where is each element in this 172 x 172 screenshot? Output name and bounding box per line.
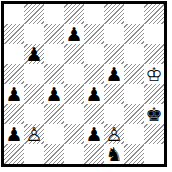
black-pawn-icon: ♟ xyxy=(24,44,44,64)
square-c7[interactable] xyxy=(44,24,64,44)
square-f1[interactable]: ♞ xyxy=(104,144,124,164)
square-e6[interactable] xyxy=(84,44,104,64)
square-f5[interactable]: ♟ xyxy=(104,64,124,84)
square-h7[interactable] xyxy=(144,24,164,44)
black-pawn-icon: ♟ xyxy=(104,64,124,84)
square-b2[interactable]: ♙ xyxy=(24,124,44,144)
black-pawn-icon: ♟ xyxy=(84,84,104,104)
square-d8[interactable] xyxy=(64,4,84,24)
square-h8[interactable] xyxy=(144,4,164,24)
square-e3[interactable] xyxy=(84,104,104,124)
square-e5[interactable] xyxy=(84,64,104,84)
square-f6[interactable] xyxy=(104,44,124,64)
chess-board: ♟♟♟♔♟♟♟♚♟♙♟♙♞ xyxy=(4,4,164,164)
square-a1[interactable] xyxy=(4,144,24,164)
square-a2[interactable]: ♟ xyxy=(4,124,24,144)
square-d3[interactable] xyxy=(64,104,84,124)
black-pawn-icon: ♟ xyxy=(44,84,64,104)
square-e2[interactable]: ♟ xyxy=(84,124,104,144)
square-f7[interactable] xyxy=(104,24,124,44)
square-d2[interactable] xyxy=(64,124,84,144)
square-a7[interactable] xyxy=(4,24,24,44)
square-d1[interactable] xyxy=(64,144,84,164)
square-e1[interactable] xyxy=(84,144,104,164)
square-h5[interactable]: ♔ xyxy=(144,64,164,84)
square-b8[interactable] xyxy=(24,4,44,24)
square-c5[interactable] xyxy=(44,64,64,84)
square-h1[interactable] xyxy=(144,144,164,164)
white-pawn-icon: ♙ xyxy=(104,124,124,144)
square-g3[interactable] xyxy=(124,104,144,124)
square-g2[interactable] xyxy=(124,124,144,144)
black-pawn-icon: ♟ xyxy=(64,24,84,44)
square-c4[interactable]: ♟ xyxy=(44,84,64,104)
square-g1[interactable] xyxy=(124,144,144,164)
square-f3[interactable] xyxy=(104,104,124,124)
square-e7[interactable] xyxy=(84,24,104,44)
square-b6[interactable]: ♟ xyxy=(24,44,44,64)
black-pawn-icon: ♟ xyxy=(4,84,24,104)
square-c3[interactable] xyxy=(44,104,64,124)
black-king-icon: ♚ xyxy=(144,104,164,124)
black-pawn-icon: ♟ xyxy=(84,124,104,144)
square-b5[interactable] xyxy=(24,64,44,84)
square-g4[interactable] xyxy=(124,84,144,104)
square-g5[interactable] xyxy=(124,64,144,84)
square-e4[interactable]: ♟ xyxy=(84,84,104,104)
square-f2[interactable]: ♙ xyxy=(104,124,124,144)
square-b1[interactable] xyxy=(24,144,44,164)
square-c2[interactable] xyxy=(44,124,64,144)
square-h6[interactable] xyxy=(144,44,164,64)
square-b7[interactable] xyxy=(24,24,44,44)
square-g8[interactable] xyxy=(124,4,144,24)
square-f4[interactable] xyxy=(104,84,124,104)
square-h2[interactable] xyxy=(144,124,164,144)
square-d4[interactable] xyxy=(64,84,84,104)
square-a5[interactable] xyxy=(4,64,24,84)
square-a6[interactable] xyxy=(4,44,24,64)
square-a8[interactable] xyxy=(4,4,24,24)
square-d5[interactable] xyxy=(64,64,84,84)
square-g7[interactable] xyxy=(124,24,144,44)
square-h3[interactable]: ♚ xyxy=(144,104,164,124)
square-c1[interactable] xyxy=(44,144,64,164)
square-h4[interactable] xyxy=(144,84,164,104)
square-d6[interactable] xyxy=(64,44,84,64)
square-g6[interactable] xyxy=(124,44,144,64)
square-c8[interactable] xyxy=(44,4,64,24)
chess-board-frame: ♟♟♟♔♟♟♟♚♟♙♟♙♞ xyxy=(1,1,167,167)
black-pawn-icon: ♟ xyxy=(4,124,24,144)
square-b3[interactable] xyxy=(24,104,44,124)
white-pawn-icon: ♙ xyxy=(24,124,44,144)
square-b4[interactable] xyxy=(24,84,44,104)
square-a4[interactable]: ♟ xyxy=(4,84,24,104)
square-d7[interactable]: ♟ xyxy=(64,24,84,44)
white-king-icon: ♔ xyxy=(144,64,164,84)
square-c6[interactable] xyxy=(44,44,64,64)
square-f8[interactable] xyxy=(104,4,124,24)
square-e8[interactable] xyxy=(84,4,104,24)
black-knight-icon: ♞ xyxy=(104,144,124,164)
square-a3[interactable] xyxy=(4,104,24,124)
chess-diagram-page: ♟♟♟♔♟♟♟♚♟♙♟♙♞ xyxy=(0,0,172,172)
